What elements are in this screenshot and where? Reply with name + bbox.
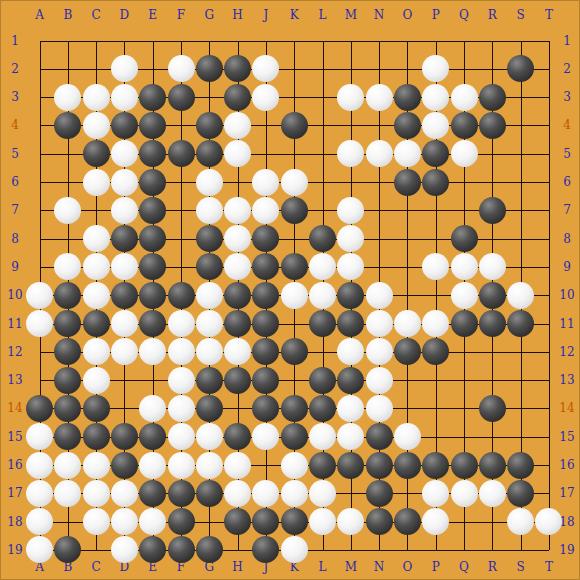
white-stone [252,169,279,196]
white-stone [337,508,364,535]
white-stone [224,140,251,167]
row-label: 9 [11,261,19,273]
black-stone [252,367,279,394]
black-stone [507,452,534,479]
black-stone [168,536,195,563]
white-stone [451,253,478,280]
col-label: P [432,561,440,573]
white-stone [224,225,251,252]
black-stone [479,282,506,309]
col-label: T [545,561,553,573]
row-label: 10 [7,289,22,301]
white-stone [168,55,195,82]
black-stone [168,140,195,167]
col-label: H [232,561,242,573]
black-stone [366,452,393,479]
row-label: 7 [11,204,19,216]
col-label: Q [459,9,469,21]
black-stone [111,452,138,479]
black-stone [252,253,279,280]
white-stone [26,423,53,450]
white-stone [422,55,449,82]
black-stone [252,395,279,422]
white-stone [139,452,166,479]
row-label: 5 [11,148,19,160]
white-stone [196,197,223,224]
black-stone [196,395,223,422]
row-label: 6 [11,176,19,188]
white-stone [54,197,81,224]
row-label: 18 [7,516,22,528]
black-stone [111,225,138,252]
black-stone [281,423,308,450]
grid-vertical-line [549,41,550,550]
black-stone [139,253,166,280]
white-stone [309,423,336,450]
white-stone [26,508,53,535]
black-stone [394,508,421,535]
black-stone [479,197,506,224]
white-stone [139,508,166,535]
black-stone [252,508,279,535]
white-stone [507,282,534,309]
white-stone [281,536,308,563]
col-label: S [516,561,524,573]
black-stone [54,310,81,337]
white-stone [337,395,364,422]
white-stone [83,225,110,252]
col-label: M [345,561,357,573]
black-stone [507,480,534,507]
black-stone [54,112,81,139]
row-label: 1 [563,35,571,47]
white-stone [111,140,138,167]
black-stone [83,310,110,337]
row-label: 12 [7,346,22,358]
white-stone [111,55,138,82]
black-stone [168,508,195,535]
col-label: D [120,9,130,21]
white-stone [111,253,138,280]
black-stone [281,395,308,422]
white-stone [111,197,138,224]
white-stone [111,480,138,507]
black-stone [83,140,110,167]
black-stone [196,253,223,280]
white-stone [83,338,110,365]
black-stone [394,112,421,139]
black-stone [196,367,223,394]
black-stone [196,55,223,82]
row-label: 16 [559,459,574,471]
black-stone [309,452,336,479]
col-label: B [63,9,72,21]
black-stone [281,253,308,280]
white-stone [479,480,506,507]
white-stone [26,282,53,309]
white-stone [281,480,308,507]
black-stone [422,452,449,479]
white-stone [479,253,506,280]
black-stone [224,508,251,535]
white-stone [337,140,364,167]
col-label: H [232,9,242,21]
white-stone [252,423,279,450]
col-label: L [319,9,327,21]
black-stone [337,452,364,479]
white-stone [309,508,336,535]
black-stone [54,367,81,394]
white-stone [224,452,251,479]
black-stone [451,112,478,139]
white-stone [196,452,223,479]
white-stone [422,508,449,535]
white-stone [309,282,336,309]
black-stone [281,197,308,224]
white-stone [168,310,195,337]
black-stone [83,395,110,422]
white-stone [422,84,449,111]
white-stone [26,310,53,337]
row-label: 10 [559,289,574,301]
white-stone [26,452,53,479]
black-stone [139,480,166,507]
row-label: 4 [11,119,19,131]
row-label: 15 [7,431,22,443]
white-stone [394,310,421,337]
white-stone [366,367,393,394]
white-stone [252,55,279,82]
black-stone [451,452,478,479]
col-label: E [148,9,157,21]
white-stone [111,508,138,535]
black-stone [168,282,195,309]
black-stone [366,423,393,450]
white-stone [422,253,449,280]
white-stone [224,480,251,507]
white-stone [168,395,195,422]
black-stone [139,310,166,337]
black-stone [252,536,279,563]
white-stone [83,367,110,394]
row-label: 11 [7,318,22,330]
white-stone [281,169,308,196]
white-stone [54,84,81,111]
white-stone [83,508,110,535]
white-stone [168,338,195,365]
white-stone [309,480,336,507]
col-label: A [35,9,44,21]
white-stone [366,282,393,309]
black-stone [394,169,421,196]
black-stone [252,282,279,309]
col-label: Q [459,561,469,573]
black-stone [281,338,308,365]
white-stone [83,282,110,309]
black-stone [309,367,336,394]
row-label: 17 [559,487,574,499]
black-stone [309,225,336,252]
white-stone [394,423,421,450]
row-label: 3 [563,91,571,103]
white-stone [54,253,81,280]
black-stone [422,338,449,365]
black-stone [139,169,166,196]
white-stone [252,84,279,111]
white-stone [168,452,195,479]
black-stone [111,112,138,139]
white-stone [83,169,110,196]
col-label: G [205,9,215,21]
white-stone [451,140,478,167]
black-stone [422,169,449,196]
white-stone [168,423,195,450]
col-label: C [92,561,101,573]
row-label: 1 [11,35,19,47]
grid-horizontal-line [40,380,549,381]
row-label: 14 [7,402,22,414]
black-stone [422,140,449,167]
white-stone [83,253,110,280]
white-stone [337,84,364,111]
white-stone [111,84,138,111]
row-label: 11 [559,318,574,330]
black-stone [507,310,534,337]
row-label: 5 [563,148,571,160]
white-stone [366,84,393,111]
white-stone [26,536,53,563]
white-stone [366,140,393,167]
white-stone [337,225,364,252]
white-stone [451,282,478,309]
black-stone [479,452,506,479]
black-stone [451,310,478,337]
black-stone [394,84,421,111]
white-stone [196,310,223,337]
col-label: J [263,9,268,21]
col-label: S [516,9,524,21]
col-label: R [488,9,497,21]
black-stone [394,338,421,365]
black-stone [111,282,138,309]
white-stone [139,338,166,365]
row-label: 2 [11,63,19,75]
white-stone [337,423,364,450]
black-stone [111,423,138,450]
white-stone [26,480,53,507]
row-label: 14 [559,402,574,414]
black-stone [196,480,223,507]
black-stone [196,225,223,252]
white-stone [309,253,336,280]
black-stone [54,536,81,563]
row-label: 19 [7,544,22,556]
col-label: O [402,561,412,573]
white-stone [224,338,251,365]
white-stone [196,423,223,450]
black-stone [366,480,393,507]
white-stone [83,84,110,111]
row-label: 2 [563,63,571,75]
black-stone [224,282,251,309]
white-stone [422,310,449,337]
col-label: M [345,9,357,21]
black-stone [168,84,195,111]
white-stone [394,140,421,167]
white-stone [337,253,364,280]
white-stone [422,112,449,139]
black-stone [252,310,279,337]
white-stone [83,480,110,507]
black-stone [337,282,364,309]
col-label: C [92,9,101,21]
black-stone [83,423,110,450]
black-stone [451,225,478,252]
black-stone [196,112,223,139]
row-label: 12 [559,346,574,358]
black-stone [54,395,81,422]
col-label: K [290,9,299,21]
white-stone [168,367,195,394]
white-stone [337,197,364,224]
white-stone [196,169,223,196]
black-stone [309,395,336,422]
row-label: 8 [11,233,19,245]
row-label: 3 [11,91,19,103]
black-stone [26,395,53,422]
black-stone [507,55,534,82]
white-stone [337,338,364,365]
white-stone [196,282,223,309]
white-stone [111,169,138,196]
col-label: N [374,9,385,21]
row-label: 17 [7,487,22,499]
row-label: 15 [559,431,574,443]
white-stone [111,310,138,337]
black-stone [139,112,166,139]
black-stone [54,423,81,450]
col-label: R [488,561,497,573]
white-stone [196,338,223,365]
white-stone [83,452,110,479]
black-stone [479,112,506,139]
white-stone [535,508,562,535]
white-stone [422,480,449,507]
black-stone [139,225,166,252]
white-stone [252,197,279,224]
row-label: 13 [559,374,574,386]
row-label: 7 [563,204,571,216]
black-stone [139,536,166,563]
black-stone [54,282,81,309]
row-label: 19 [559,544,574,556]
col-label: O [402,9,412,21]
go-board[interactable]: AA11BB22CC33DD44EE55FF66GG77HH88JJ99KK10… [0,0,580,580]
row-label: 6 [563,176,571,188]
white-stone [111,536,138,563]
black-stone [281,112,308,139]
white-stone [281,452,308,479]
col-label: N [374,561,385,573]
white-stone [507,508,534,535]
col-label: T [545,9,553,21]
row-label: 16 [7,459,22,471]
white-stone [366,310,393,337]
col-label: F [177,9,185,21]
white-stone [451,480,478,507]
col-label: P [432,9,440,21]
white-stone [224,197,251,224]
white-stone [54,452,81,479]
black-stone [337,310,364,337]
black-stone [479,310,506,337]
white-stone [224,112,251,139]
black-stone [281,508,308,535]
black-stone [224,55,251,82]
black-stone [224,84,251,111]
row-label: 8 [563,233,571,245]
black-stone [54,338,81,365]
black-stone [479,395,506,422]
black-stone [139,197,166,224]
black-stone [252,225,279,252]
black-stone [168,480,195,507]
white-stone [224,253,251,280]
row-label: 9 [563,261,571,273]
row-label: 13 [7,374,22,386]
white-stone [366,338,393,365]
white-stone [54,480,81,507]
black-stone [196,536,223,563]
black-stone [139,84,166,111]
white-stone [83,112,110,139]
black-stone [309,310,336,337]
black-stone [139,282,166,309]
black-stone [366,508,393,535]
col-label: L [319,561,327,573]
black-stone [224,310,251,337]
black-stone [139,140,166,167]
black-stone [252,338,279,365]
white-stone [252,480,279,507]
white-stone [139,395,166,422]
black-stone [394,452,421,479]
black-stone [224,367,251,394]
row-label: 4 [563,119,571,131]
black-stone [139,423,166,450]
white-stone [451,84,478,111]
black-stone [196,140,223,167]
black-stone [479,84,506,111]
white-stone [366,395,393,422]
white-stone [111,338,138,365]
white-stone [281,282,308,309]
black-stone [224,423,251,450]
black-stone [337,367,364,394]
